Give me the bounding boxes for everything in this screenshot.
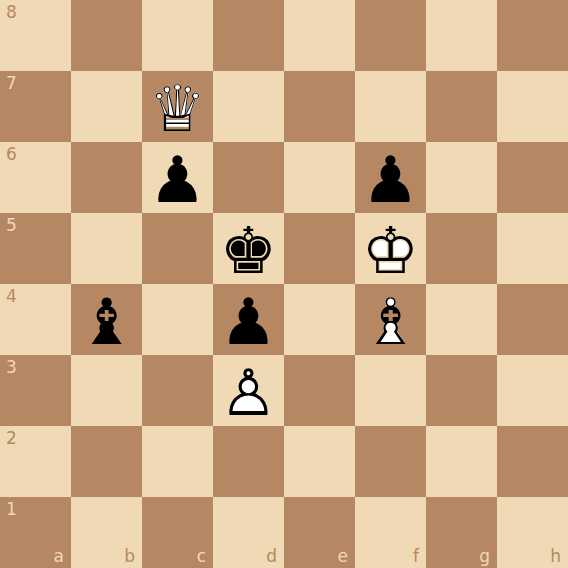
square-h7[interactable] bbox=[497, 71, 568, 142]
black-pawn[interactable]: ♟ bbox=[213, 284, 284, 355]
square-d4[interactable]: ♟ bbox=[213, 284, 284, 355]
square-e4[interactable] bbox=[284, 284, 355, 355]
square-f7[interactable] bbox=[355, 71, 426, 142]
square-e6[interactable] bbox=[284, 142, 355, 213]
square-a1[interactable]: 1a bbox=[0, 497, 71, 568]
square-h8[interactable] bbox=[497, 0, 568, 71]
black-pawn-glyph: ♟ bbox=[355, 142, 426, 213]
square-f6[interactable]: ♟ bbox=[355, 142, 426, 213]
square-g4[interactable] bbox=[426, 284, 497, 355]
square-a8[interactable]: 8 bbox=[0, 0, 71, 71]
square-e3[interactable] bbox=[284, 355, 355, 426]
square-e5[interactable] bbox=[284, 213, 355, 284]
square-d8[interactable] bbox=[213, 0, 284, 71]
white-pawn[interactable]: ♟♙ bbox=[213, 355, 284, 426]
square-a2[interactable]: 2 bbox=[0, 426, 71, 497]
square-g8[interactable] bbox=[426, 0, 497, 71]
file-label: d bbox=[266, 548, 277, 565]
square-b4[interactable]: ♝ bbox=[71, 284, 142, 355]
square-d5[interactable]: ♚ bbox=[213, 213, 284, 284]
file-label: e bbox=[338, 548, 348, 565]
chess-board: 87♛♕6♟♟5♚♚♔4♝♟♝♗3♟♙21abcdefgh bbox=[0, 0, 568, 568]
black-pawn[interactable]: ♟ bbox=[142, 142, 213, 213]
square-g1[interactable]: g bbox=[426, 497, 497, 568]
rank-label: 6 bbox=[6, 146, 17, 163]
square-b3[interactable] bbox=[71, 355, 142, 426]
square-h5[interactable] bbox=[497, 213, 568, 284]
square-e1[interactable]: e bbox=[284, 497, 355, 568]
square-g3[interactable] bbox=[426, 355, 497, 426]
file-label: f bbox=[413, 548, 419, 565]
rank-label: 3 bbox=[6, 359, 17, 376]
rank-label: 5 bbox=[6, 217, 17, 234]
square-g2[interactable] bbox=[426, 426, 497, 497]
white-bishop[interactable]: ♝♗ bbox=[355, 284, 426, 355]
black-pawn[interactable]: ♟ bbox=[355, 142, 426, 213]
file-label: b bbox=[124, 548, 135, 565]
square-d1[interactable]: d bbox=[213, 497, 284, 568]
white-queen-outline: ♕ bbox=[142, 71, 213, 142]
white-pawn-outline: ♙ bbox=[213, 355, 284, 426]
file-label: h bbox=[550, 548, 561, 565]
rank-label: 8 bbox=[6, 4, 17, 21]
rank-label: 1 bbox=[6, 501, 17, 518]
square-b2[interactable] bbox=[71, 426, 142, 497]
square-a6[interactable]: 6 bbox=[0, 142, 71, 213]
square-c3[interactable] bbox=[142, 355, 213, 426]
black-king-glyph: ♚ bbox=[213, 213, 284, 284]
square-h1[interactable]: h bbox=[497, 497, 568, 568]
square-f1[interactable]: f bbox=[355, 497, 426, 568]
white-king-glyph: ♚ bbox=[355, 213, 426, 284]
square-h6[interactable] bbox=[497, 142, 568, 213]
file-label: g bbox=[479, 548, 490, 565]
square-c6[interactable]: ♟ bbox=[142, 142, 213, 213]
square-f5[interactable]: ♚♔ bbox=[355, 213, 426, 284]
black-pawn-glyph: ♟ bbox=[213, 284, 284, 355]
square-d7[interactable] bbox=[213, 71, 284, 142]
file-label: c bbox=[197, 548, 206, 565]
square-h4[interactable] bbox=[497, 284, 568, 355]
square-g7[interactable] bbox=[426, 71, 497, 142]
black-pawn-glyph: ♟ bbox=[142, 142, 213, 213]
square-f4[interactable]: ♝♗ bbox=[355, 284, 426, 355]
square-b5[interactable] bbox=[71, 213, 142, 284]
square-b1[interactable]: b bbox=[71, 497, 142, 568]
white-bishop-glyph: ♝ bbox=[355, 284, 426, 355]
white-pawn-glyph: ♟ bbox=[213, 355, 284, 426]
square-c7[interactable]: ♛♕ bbox=[142, 71, 213, 142]
square-c8[interactable] bbox=[142, 0, 213, 71]
square-b6[interactable] bbox=[71, 142, 142, 213]
square-h3[interactable] bbox=[497, 355, 568, 426]
square-g6[interactable] bbox=[426, 142, 497, 213]
square-c2[interactable] bbox=[142, 426, 213, 497]
square-h2[interactable] bbox=[497, 426, 568, 497]
square-a5[interactable]: 5 bbox=[0, 213, 71, 284]
rank-label: 7 bbox=[6, 75, 17, 92]
square-a7[interactable]: 7 bbox=[0, 71, 71, 142]
rank-label: 2 bbox=[6, 430, 17, 447]
white-king[interactable]: ♚♔ bbox=[355, 213, 426, 284]
square-f3[interactable] bbox=[355, 355, 426, 426]
square-d6[interactable] bbox=[213, 142, 284, 213]
rank-label: 4 bbox=[6, 288, 17, 305]
white-bishop-outline: ♗ bbox=[355, 284, 426, 355]
square-a3[interactable]: 3 bbox=[0, 355, 71, 426]
square-d3[interactable]: ♟♙ bbox=[213, 355, 284, 426]
square-e7[interactable] bbox=[284, 71, 355, 142]
black-king[interactable]: ♚ bbox=[213, 213, 284, 284]
black-bishop-glyph: ♝ bbox=[71, 284, 142, 355]
white-queen-glyph: ♛ bbox=[142, 71, 213, 142]
square-c4[interactable] bbox=[142, 284, 213, 355]
file-label: a bbox=[54, 548, 64, 565]
square-g5[interactable] bbox=[426, 213, 497, 284]
white-queen[interactable]: ♛♕ bbox=[142, 71, 213, 142]
square-b7[interactable] bbox=[71, 71, 142, 142]
black-bishop[interactable]: ♝ bbox=[71, 284, 142, 355]
square-f2[interactable] bbox=[355, 426, 426, 497]
square-a4[interactable]: 4 bbox=[0, 284, 71, 355]
square-e8[interactable] bbox=[284, 0, 355, 71]
white-king-outline: ♔ bbox=[355, 213, 426, 284]
square-b8[interactable] bbox=[71, 0, 142, 71]
square-d2[interactable] bbox=[213, 426, 284, 497]
square-c1[interactable]: c bbox=[142, 497, 213, 568]
square-f8[interactable] bbox=[355, 0, 426, 71]
square-e2[interactable] bbox=[284, 426, 355, 497]
square-c5[interactable] bbox=[142, 213, 213, 284]
